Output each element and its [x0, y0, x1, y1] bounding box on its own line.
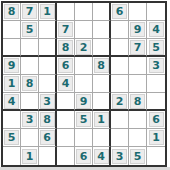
cell-r8c9[interactable]: 1 — [147, 129, 165, 147]
cell-r7c8[interactable] — [129, 111, 147, 129]
cell-r2c3[interactable] — [39, 21, 57, 39]
cell-r6c1[interactable]: 4 — [3, 93, 21, 111]
given-digit: 1 — [149, 130, 164, 145]
given-digit: 4 — [58, 76, 73, 91]
given-digit: 7 — [130, 40, 145, 55]
cell-r8c1[interactable]: 5 — [3, 129, 21, 147]
given-digit: 3 — [149, 58, 164, 73]
given-digit: 5 — [130, 149, 145, 164]
cell-r9c4[interactable] — [57, 147, 75, 165]
cell-r5c8[interactable] — [129, 75, 147, 93]
given-digit: 8 — [94, 58, 109, 73]
cell-r6c8[interactable]: 8 — [129, 93, 147, 111]
given-digit: 9 — [4, 58, 19, 73]
given-digit: 8 — [22, 76, 37, 91]
given-digit: 1 — [4, 76, 19, 91]
cell-r6c5[interactable]: 9 — [75, 93, 93, 111]
cell-r2c6[interactable] — [93, 21, 111, 39]
given-digit: 6 — [58, 58, 73, 73]
cell-r2c5[interactable] — [75, 21, 93, 39]
cell-r8c8[interactable] — [129, 129, 147, 147]
cell-r2c7[interactable] — [111, 21, 129, 39]
given-digit: 8 — [40, 112, 55, 127]
given-digit: 3 — [40, 94, 55, 109]
cell-r8c7[interactable] — [111, 129, 129, 147]
given-digit: 1 — [94, 112, 109, 127]
cell-r2c4[interactable]: 7 — [57, 21, 75, 39]
cell-r1c1[interactable]: 8 — [3, 3, 21, 21]
given-digit: 8 — [130, 94, 145, 109]
cell-r7c9[interactable]: 6 — [147, 111, 165, 129]
cell-r3c4[interactable]: 8 — [57, 39, 75, 57]
cell-r4c9[interactable]: 3 — [147, 57, 165, 75]
given-digit: 5 — [149, 40, 164, 55]
cell-r4c7[interactable] — [111, 57, 129, 75]
sudoku-board: 8716579482759683184439283851656116435 — [1, 1, 167, 167]
cell-r5c3[interactable] — [39, 75, 57, 93]
given-digit: 5 — [4, 130, 19, 145]
cell-r6c2[interactable] — [21, 93, 39, 111]
cell-r2c1[interactable] — [3, 21, 21, 39]
cell-r9c8[interactable]: 5 — [129, 147, 147, 165]
cell-r3c8[interactable]: 7 — [129, 39, 147, 57]
cell-r9c2[interactable]: 1 — [21, 147, 39, 165]
cell-r5c7[interactable] — [111, 75, 129, 93]
cell-r3c9[interactable]: 5 — [147, 39, 165, 57]
cell-r5c1[interactable]: 1 — [3, 75, 21, 93]
cell-r6c4[interactable] — [57, 93, 75, 111]
cell-r2c9[interactable]: 4 — [147, 21, 165, 39]
cell-r4c8[interactable] — [129, 57, 147, 75]
given-digit: 4 — [94, 149, 109, 164]
cell-r9c9[interactable] — [147, 147, 165, 165]
given-digit: 4 — [4, 94, 19, 109]
cell-r7c6[interactable]: 1 — [93, 111, 111, 129]
cell-r4c1[interactable]: 9 — [3, 57, 21, 75]
cell-r7c2[interactable]: 3 — [21, 111, 39, 129]
cell-r3c2[interactable] — [21, 39, 39, 57]
cell-r5c4[interactable]: 4 — [57, 75, 75, 93]
cell-r9c6[interactable]: 4 — [93, 147, 111, 165]
cell-r7c5[interactable]: 5 — [75, 111, 93, 129]
cell-r2c8[interactable]: 9 — [129, 21, 147, 39]
given-digit: 6 — [40, 130, 55, 145]
cell-r5c2[interactable]: 8 — [21, 75, 39, 93]
cell-r8c5[interactable] — [75, 129, 93, 147]
cell-r5c5[interactable] — [75, 75, 93, 93]
given-digit: 4 — [149, 22, 164, 37]
cell-r5c9[interactable] — [147, 75, 165, 93]
given-digit: 7 — [58, 22, 73, 37]
cell-r7c4[interactable] — [57, 111, 75, 129]
cell-r7c3[interactable]: 8 — [39, 111, 57, 129]
cell-r1c3[interactable]: 1 — [39, 3, 57, 21]
cell-r1c7[interactable]: 6 — [111, 3, 129, 21]
cell-r1c6[interactable] — [93, 3, 111, 21]
given-digit: 9 — [130, 22, 145, 37]
cell-r8c4[interactable] — [57, 129, 75, 147]
cell-r9c7[interactable]: 3 — [111, 147, 129, 165]
cell-r7c7[interactable] — [111, 111, 129, 129]
cell-r7c1[interactable] — [3, 111, 21, 129]
cell-r3c1[interactable] — [3, 39, 21, 57]
cell-r1c2[interactable]: 7 — [21, 3, 39, 21]
cell-r9c5[interactable]: 6 — [75, 147, 93, 165]
cell-r3c7[interactable] — [111, 39, 129, 57]
cell-r8c2[interactable] — [21, 129, 39, 147]
given-digit: 1 — [22, 149, 37, 164]
cell-r9c1[interactable] — [3, 147, 21, 165]
given-digit: 5 — [22, 22, 37, 37]
given-digit: 6 — [149, 112, 164, 127]
given-digit: 5 — [76, 112, 91, 127]
given-digit: 2 — [76, 40, 91, 55]
page-background: 8716579482759683184439283851656116435 — [0, 0, 170, 167]
cell-r2c2[interactable]: 5 — [21, 21, 39, 39]
given-digit: 6 — [76, 149, 91, 164]
given-digit: 8 — [58, 40, 73, 55]
given-digit: 2 — [112, 94, 127, 109]
given-digit: 8 — [4, 4, 19, 19]
cell-r3c6[interactable] — [93, 39, 111, 57]
given-digit: 3 — [112, 149, 127, 164]
cell-r3c3[interactable] — [39, 39, 57, 57]
cell-r8c3[interactable]: 6 — [39, 129, 57, 147]
cell-r6c9[interactable] — [147, 93, 165, 111]
cell-r4c2[interactable] — [21, 57, 39, 75]
cell-r5c6[interactable] — [93, 75, 111, 93]
given-digit: 1 — [40, 4, 55, 19]
given-digit: 9 — [76, 94, 91, 109]
cell-r1c5[interactable] — [75, 3, 93, 21]
cell-r6c6[interactable] — [93, 93, 111, 111]
cell-r3c5[interactable]: 2 — [75, 39, 93, 57]
cell-r9c3[interactable] — [39, 147, 57, 165]
cell-r4c3[interactable] — [39, 57, 57, 75]
page-bottom-strip — [0, 167, 170, 170]
cell-r4c6[interactable]: 8 — [93, 57, 111, 75]
cell-r1c9[interactable] — [147, 3, 165, 21]
cell-r1c8[interactable] — [129, 3, 147, 21]
given-digit: 6 — [112, 4, 127, 19]
cell-r8c6[interactable] — [93, 129, 111, 147]
cell-r4c5[interactable] — [75, 57, 93, 75]
cell-r6c7[interactable]: 2 — [111, 93, 129, 111]
cell-r6c3[interactable]: 3 — [39, 93, 57, 111]
given-digit: 3 — [22, 112, 37, 127]
given-digit: 7 — [22, 4, 37, 19]
cell-r4c4[interactable]: 6 — [57, 57, 75, 75]
cell-r1c4[interactable] — [57, 3, 75, 21]
